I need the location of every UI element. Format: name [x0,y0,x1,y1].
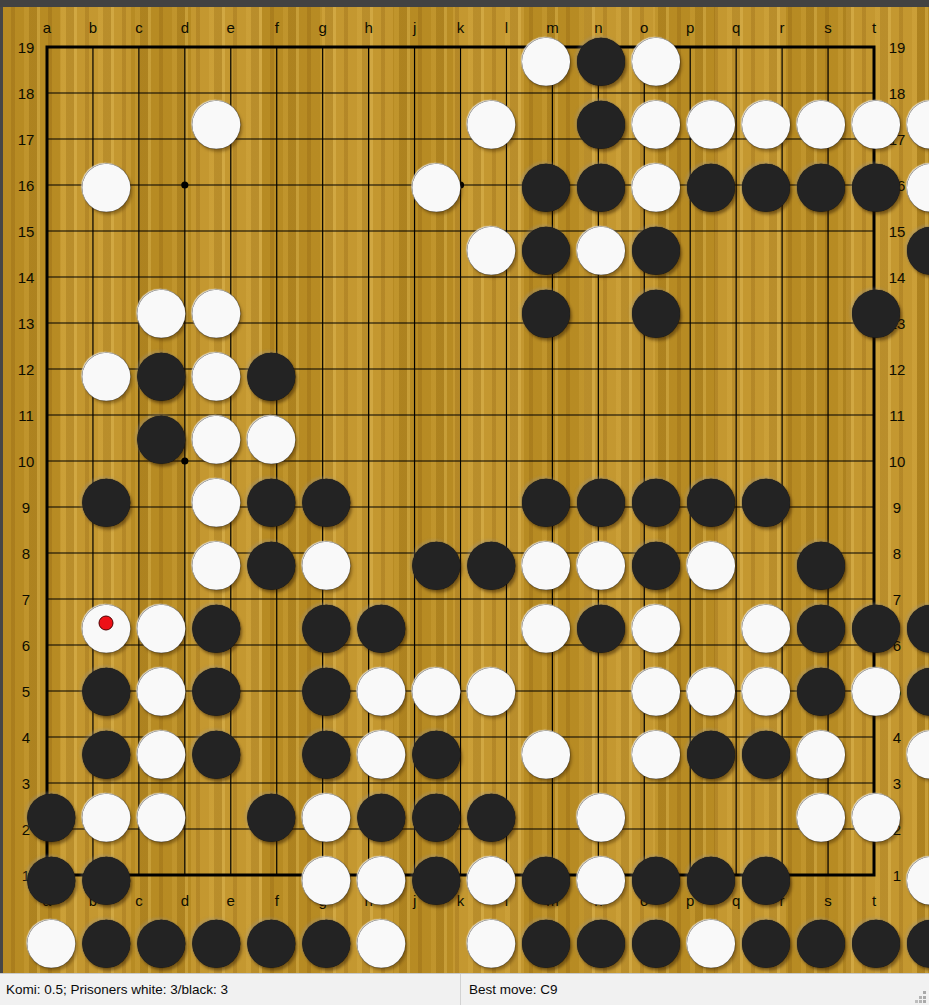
board-point-m5[interactable]: ● [574,843,629,906]
white-stone-k8: ● [464,655,519,718]
board-point-q6[interactable]: ● [794,780,849,843]
board-point-e4[interactable]: ● [189,906,244,969]
black-stone-l15: ● [519,214,574,277]
board-point-e7[interactable]: ● [189,717,244,780]
board-point-n5[interactable]: ● [629,843,684,906]
board-point-r18[interactable] [849,24,904,87]
board-point-e14[interactable]: ● [189,276,244,339]
board-point-g9[interactable]: ● [299,591,354,654]
board-point-n9[interactable]: ● [629,591,684,654]
white-stone-l9: ● [519,592,574,655]
board-point-b7[interactable] [24,717,79,780]
board-point-c12[interactable] [79,402,134,465]
board-point-h9[interactable]: ● [354,591,409,654]
board-point-h11[interactable] [354,465,409,528]
board-point-q13[interactable] [794,339,849,402]
board-point-f13[interactable]: ● [244,339,299,402]
board-point-h8[interactable]: ● [354,654,409,717]
board-point-r8[interactable]: ● [849,654,904,717]
board-point-d13[interactable]: ● [134,339,189,402]
board-point-l5[interactable]: ● [519,843,574,906]
board-point-d9[interactable]: ● [134,591,189,654]
board-point-f15[interactable] [244,213,299,276]
board-point-s8[interactable]: ● [904,654,929,717]
board-point-j12[interactable] [409,402,464,465]
board-point-c15[interactable] [79,213,134,276]
board-point-f14[interactable] [244,276,299,339]
board-point-k4[interactable]: ● [464,906,519,969]
board-point-g8[interactable]: ● [299,654,354,717]
white-stone-q6: ● [794,781,849,844]
board-point-b10[interactable] [24,528,79,591]
board-point-k10[interactable]: ● [464,528,519,591]
board-point-g13[interactable] [299,339,354,402]
board-point-c17[interactable] [79,87,134,150]
board-point-r17[interactable]: ● [849,87,904,150]
board-point-d8[interactable]: ● [134,654,189,717]
board-point-o10[interactable]: ● [684,528,739,591]
board-point-b6[interactable]: ● [24,780,79,843]
board-point-n8[interactable]: ● [629,654,684,717]
board-point-c16[interactable]: ● [79,150,134,213]
board-point-l14[interactable]: ● [519,276,574,339]
white-stone-e17: ● [189,88,244,151]
board-point-c10[interactable] [79,528,134,591]
board-point-e16[interactable] [189,150,244,213]
black-stone-o5: ● [684,844,739,907]
board-point-p18[interactable] [739,24,794,87]
board-point-p12[interactable] [739,402,794,465]
board-point-q4[interactable]: ● [794,906,849,969]
board-point-m12[interactable] [574,402,629,465]
board-point-r16[interactable]: ● [849,150,904,213]
board-point-b18[interactable] [24,24,79,87]
board-point-o17[interactable]: ● [684,87,739,150]
board-point-q17[interactable]: ● [794,87,849,150]
board-point-l4[interactable]: ● [519,906,574,969]
board-point-s17[interactable]: ● [904,87,929,150]
board-point-m17[interactable]: ● [574,87,629,150]
board-point-p5[interactable]: ● [739,843,794,906]
board-point-p17[interactable]: ● [739,87,794,150]
board-point-m9[interactable]: ● [574,591,629,654]
board-point-c6[interactable]: ● [79,780,134,843]
board-point-s14[interactable] [904,276,929,339]
board-point-l16[interactable]: ● [519,150,574,213]
board-point-j7[interactable]: ● [409,717,464,780]
board-point-m13[interactable] [574,339,629,402]
board-point-n14[interactable]: ● [629,276,684,339]
board-point-p7[interactable]: ● [739,717,794,780]
board-point-k15[interactable]: ● [464,213,519,276]
board-point-o11[interactable]: ● [684,465,739,528]
board-point-k18[interactable] [464,24,519,87]
board-point-h16[interactable] [354,150,409,213]
board-point-d14[interactable]: ● [134,276,189,339]
black-stone-f10: ● [244,529,299,592]
board-point-d16[interactable] [134,150,189,213]
board-point-s7[interactable]: ● [904,717,929,780]
board-point-g18[interactable] [299,24,354,87]
board-point-g14[interactable] [299,276,354,339]
black-stone-s15: ● [904,214,929,277]
board-point-b11[interactable] [24,465,79,528]
board-point-e11[interactable]: ● [189,465,244,528]
board-point-l9[interactable]: ● [519,591,574,654]
black-stone-r16: ● [849,151,904,214]
board-point-n18[interactable]: ● [629,24,684,87]
board-point-l15[interactable]: ● [519,213,574,276]
board-point-r11[interactable] [849,465,904,528]
black-stone-n10: ● [629,529,684,592]
board-point-j10[interactable]: ● [409,528,464,591]
board-point-m10[interactable]: ● [574,528,629,591]
board-point-h13[interactable] [354,339,409,402]
board-point-n7[interactable]: ● [629,717,684,780]
board-point-l10[interactable]: ● [519,528,574,591]
board-point-j16[interactable]: ● [409,150,464,213]
board-point-c9[interactable]: ● [79,591,134,654]
board-point-l18[interactable]: ● [519,24,574,87]
white-stone-k5: ● [464,844,519,907]
board-point-k6[interactable]: ● [464,780,519,843]
board-point-d10[interactable] [134,528,189,591]
board-point-r10[interactable] [849,528,904,591]
black-stone-p7: ● [739,718,794,781]
board-point-n17[interactable]: ● [629,87,684,150]
board-point-q18[interactable] [794,24,849,87]
board-point-o5[interactable]: ● [684,843,739,906]
board-point-p14[interactable] [739,276,794,339]
board-point-g16[interactable] [299,150,354,213]
board-point-m4[interactable]: ● [574,906,629,969]
board-point-c4[interactable]: ● [79,906,134,969]
board-point-o14[interactable] [684,276,739,339]
board-point-p9[interactable]: ● [739,591,794,654]
board-point-h18[interactable] [354,24,409,87]
white-stone-l10: ● [519,529,574,592]
board-point-j4[interactable] [409,906,464,969]
board-point-k16[interactable] [464,150,519,213]
board-point-k13[interactable] [464,339,519,402]
board-point-o13[interactable] [684,339,739,402]
board-point-j9[interactable] [409,591,464,654]
black-stone-e4: ● [189,907,244,970]
board-point-g15[interactable] [299,213,354,276]
white-stone-l18: ● [519,25,574,88]
board-point-c18[interactable] [79,24,134,87]
white-stone-h7: ● [354,718,409,781]
board-point-r7[interactable] [849,717,904,780]
board-point-p16[interactable]: ● [739,150,794,213]
white-stone-m10: ● [574,529,629,592]
board-point-p15[interactable] [739,213,794,276]
board-point-d12[interactable]: ● [134,402,189,465]
board-point-n16[interactable]: ● [629,150,684,213]
board-point-m16[interactable]: ● [574,150,629,213]
board-point-l6[interactable] [519,780,574,843]
board-point-h5[interactable]: ● [354,843,409,906]
black-stone-m4: ● [574,907,629,970]
board-point-d6[interactable]: ● [134,780,189,843]
black-stone-h6: ● [354,781,409,844]
white-stone-j8: ● [409,655,464,718]
board-point-o9[interactable] [684,591,739,654]
board-point-d4[interactable]: ● [134,906,189,969]
board-point-k12[interactable] [464,402,519,465]
board-point-r4[interactable]: ● [849,906,904,969]
board-point-g7[interactable]: ● [299,717,354,780]
black-stone-q10: ● [794,529,849,592]
board-point-k7[interactable] [464,717,519,780]
white-stone-h5: ● [354,844,409,907]
white-stone-e12: ● [189,403,244,466]
white-stone-m15: ● [574,214,629,277]
white-stone-r17: ● [849,88,904,151]
board-point-s15[interactable]: ● [904,213,929,276]
board-point-h14[interactable] [354,276,409,339]
board-point-b12[interactable] [24,402,79,465]
board-point-e10[interactable]: ● [189,528,244,591]
board-point-b17[interactable] [24,87,79,150]
board-point-o8[interactable]: ● [684,654,739,717]
board-point-r14[interactable]: ● [849,276,904,339]
board-point-g10[interactable]: ● [299,528,354,591]
board-point-h4[interactable]: ● [354,906,409,969]
white-stone-m5: ● [574,844,629,907]
board-point-o4[interactable]: ● [684,906,739,969]
board-point-s16[interactable]: ● [904,150,929,213]
board-point-l12[interactable] [519,402,574,465]
board-point-l7[interactable]: ● [519,717,574,780]
board-point-d18[interactable] [134,24,189,87]
board-point-l17[interactable] [519,87,574,150]
board-point-d11[interactable] [134,465,189,528]
board-point-m11[interactable]: ● [574,465,629,528]
board-point-j15[interactable] [409,213,464,276]
board-point-m18[interactable]: ● [574,24,629,87]
board-point-d17[interactable] [134,87,189,150]
go-board[interactable]: ●●●●●●●●●●●●●●●●●●●●●●●●●●●●●●●●●●●●●●●●… [24,24,897,898]
board-point-n10[interactable]: ● [629,528,684,591]
board-point-q12[interactable] [794,402,849,465]
white-stone-s17: ● [904,88,929,151]
board-point-l8[interactable] [519,654,574,717]
board-point-s12[interactable] [904,402,929,465]
board-point-f6[interactable]: ● [244,780,299,843]
board-point-g17[interactable] [299,87,354,150]
board-point-n11[interactable]: ● [629,465,684,528]
board-point-r13[interactable] [849,339,904,402]
board-point-s4[interactable]: ● [904,906,929,969]
board-point-f9[interactable] [244,591,299,654]
board-point-n4[interactable]: ● [629,906,684,969]
board-point-q5[interactable] [794,843,849,906]
board-point-j5[interactable]: ● [409,843,464,906]
black-stone-f13: ● [244,340,299,403]
board-point-b5[interactable]: ● [24,843,79,906]
black-stone-s9: ● [904,592,929,655]
board-point-e18[interactable] [189,24,244,87]
board-point-f17[interactable] [244,87,299,150]
board-point-s10[interactable] [904,528,929,591]
board-point-f16[interactable] [244,150,299,213]
black-stone-l14: ● [519,277,574,340]
board-point-n13[interactable] [629,339,684,402]
board-point-q7[interactable]: ● [794,717,849,780]
board-point-m8[interactable] [574,654,629,717]
board-point-m15[interactable]: ● [574,213,629,276]
board-point-j18[interactable] [409,24,464,87]
board-point-e15[interactable] [189,213,244,276]
board-point-r6[interactable]: ● [849,780,904,843]
board-point-f18[interactable] [244,24,299,87]
board-point-e12[interactable]: ● [189,402,244,465]
board-point-f10[interactable]: ● [244,528,299,591]
black-stone-p16: ● [739,151,794,214]
board-point-e8[interactable]: ● [189,654,244,717]
board-point-s9[interactable]: ● [904,591,929,654]
board-point-q8[interactable]: ● [794,654,849,717]
black-stone-n15: ● [629,214,684,277]
board-point-f7[interactable] [244,717,299,780]
board-point-c5[interactable]: ● [79,843,134,906]
board-point-c13[interactable]: ● [79,339,134,402]
board-point-e9[interactable]: ● [189,591,244,654]
board-point-r5[interactable] [849,843,904,906]
board-point-j17[interactable] [409,87,464,150]
board-point-q9[interactable]: ● [794,591,849,654]
board-point-f4[interactable]: ● [244,906,299,969]
board-point-o18[interactable] [684,24,739,87]
board-point-s18[interactable] [904,24,929,87]
white-stone-n16: ● [629,151,684,214]
board-point-s11[interactable] [904,465,929,528]
board-point-o7[interactable]: ● [684,717,739,780]
board-point-q15[interactable] [794,213,849,276]
board-point-q16[interactable]: ● [794,150,849,213]
board-point-c11[interactable]: ● [79,465,134,528]
board-point-b8[interactable] [24,654,79,717]
board-point-p11[interactable]: ● [739,465,794,528]
status-komi-prisoners: Komi: 0.5; Prisoners white: 3/black: 3 [0,974,460,1005]
board-point-e6[interactable] [189,780,244,843]
board-point-j8[interactable]: ● [409,654,464,717]
best-move-marker [99,615,114,630]
board-point-e13[interactable]: ● [189,339,244,402]
board-point-f8[interactable] [244,654,299,717]
board-point-l11[interactable]: ● [519,465,574,528]
resize-grip-icon[interactable] [913,989,927,1003]
board-point-r15[interactable] [849,213,904,276]
board-point-n12[interactable] [629,402,684,465]
board-point-o6[interactable] [684,780,739,843]
board-point-b15[interactable] [24,213,79,276]
board-point-g11[interactable]: ● [299,465,354,528]
board-point-b16[interactable] [24,150,79,213]
board-point-d5[interactable] [134,843,189,906]
board-point-g12[interactable] [299,402,354,465]
board-point-p8[interactable]: ● [739,654,794,717]
board-point-s13[interactable] [904,339,929,402]
board-point-m7[interactable] [574,717,629,780]
white-stone-g5: ● [299,844,354,907]
board-point-d7[interactable]: ● [134,717,189,780]
board-point-b9[interactable] [24,591,79,654]
board-point-h17[interactable] [354,87,409,150]
board-point-e17[interactable]: ● [189,87,244,150]
board-point-k17[interactable]: ● [464,87,519,150]
board-point-j11[interactable] [409,465,464,528]
board-point-b13[interactable] [24,339,79,402]
board-point-h6[interactable]: ● [354,780,409,843]
board-point-j6[interactable]: ● [409,780,464,843]
board-point-g6[interactable]: ● [299,780,354,843]
board-point-m6[interactable]: ● [574,780,629,843]
board-point-r9[interactable]: ● [849,591,904,654]
board-point-n6[interactable] [629,780,684,843]
board-point-o12[interactable] [684,402,739,465]
board-point-p13[interactable] [739,339,794,402]
black-stone-s8: ● [904,655,929,718]
board-point-b14[interactable] [24,276,79,339]
board-point-c7[interactable]: ● [79,717,134,780]
board-point-e5[interactable] [189,843,244,906]
board-point-s5[interactable]: ● [904,843,929,906]
board-point-m14[interactable] [574,276,629,339]
board-point-h12[interactable] [354,402,409,465]
board-point-q11[interactable] [794,465,849,528]
board-point-p10[interactable] [739,528,794,591]
board-point-q10[interactable]: ● [794,528,849,591]
board-point-p4[interactable]: ● [739,906,794,969]
board-point-p6[interactable] [739,780,794,843]
board-point-g5[interactable]: ● [299,843,354,906]
board-point-f11[interactable]: ● [244,465,299,528]
white-stone-d14: ● [134,277,189,340]
board-point-l13[interactable] [519,339,574,402]
board-point-k14[interactable] [464,276,519,339]
board-point-k5[interactable]: ● [464,843,519,906]
board-point-o16[interactable]: ● [684,150,739,213]
board-point-b4[interactable]: ● [24,906,79,969]
black-stone-c11: ● [79,466,134,529]
board-point-c14[interactable] [79,276,134,339]
board-point-j14[interactable] [409,276,464,339]
black-stone-k10: ● [464,529,519,592]
board-point-h10[interactable] [354,528,409,591]
board-point-n15[interactable]: ● [629,213,684,276]
board-point-f5[interactable] [244,843,299,906]
board-point-k8[interactable]: ● [464,654,519,717]
board-point-d15[interactable] [134,213,189,276]
black-stone-n4: ● [629,907,684,970]
white-stone-o17: ● [684,88,739,151]
board-point-q14[interactable] [794,276,849,339]
board-point-h15[interactable] [354,213,409,276]
board-point-s6[interactable] [904,780,929,843]
board-point-k9[interactable] [464,591,519,654]
board-point-h7[interactable]: ● [354,717,409,780]
board-point-k11[interactable] [464,465,519,528]
board-point-o15[interactable] [684,213,739,276]
board-point-f12[interactable]: ● [244,402,299,465]
board-point-r12[interactable] [849,402,904,465]
board-point-g4[interactable]: ● [299,906,354,969]
black-stone-m18: ● [574,25,629,88]
board-point-j13[interactable] [409,339,464,402]
board-point-c8[interactable]: ● [79,654,134,717]
